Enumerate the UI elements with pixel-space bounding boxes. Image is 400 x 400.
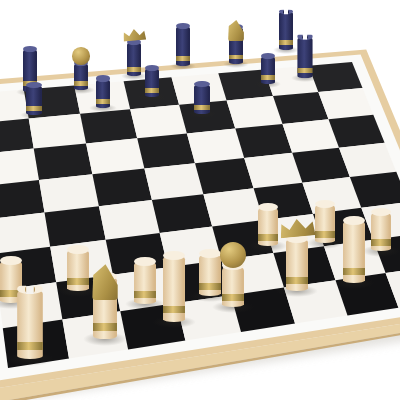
gold-band xyxy=(371,239,391,246)
piece-top xyxy=(371,208,391,216)
piece-navy-pawn-f8 xyxy=(261,53,275,84)
king-gold-crown xyxy=(279,217,315,238)
gold-band xyxy=(261,75,275,80)
piece-natural-queen-d1 xyxy=(222,261,244,307)
gold-band xyxy=(258,234,278,241)
piece-navy-king-rear-border-behind-d8 xyxy=(127,39,141,76)
gold-band xyxy=(74,81,89,86)
king-gold-crown xyxy=(122,28,146,41)
piece-navy-knight-rear-border-behind-e8 xyxy=(176,23,190,66)
piece-natural-pawn-e2 xyxy=(258,203,278,246)
product-photo-stage xyxy=(0,0,400,400)
piece-natural-pawn-d2 xyxy=(199,249,220,296)
piece-top xyxy=(194,81,209,87)
piece-navy-pawn-b7 xyxy=(26,82,41,115)
gold-band xyxy=(96,99,111,104)
gold-band xyxy=(199,283,220,291)
gold-band xyxy=(286,277,308,284)
piece-top xyxy=(0,256,21,265)
gold-band xyxy=(229,55,243,60)
rook-notch xyxy=(302,35,307,39)
gold-band xyxy=(67,278,88,285)
piece-top xyxy=(297,33,312,39)
piece-natural-pawn-b2 xyxy=(67,245,88,291)
piece-top xyxy=(134,257,156,266)
piece-navy-pawn-c7 xyxy=(96,75,111,108)
piece-natural-knight-g1 xyxy=(343,216,364,283)
piece-navy-pawn-e7 xyxy=(194,81,209,114)
bishop-gold-bevel xyxy=(92,264,117,300)
gold-band xyxy=(93,323,116,331)
queen-gold-ball xyxy=(72,47,89,64)
rook-notch xyxy=(283,10,288,14)
piece-natural-pawn-g2 xyxy=(315,200,334,243)
piece-navy-queen-c8 xyxy=(74,60,89,90)
gold-band xyxy=(194,105,209,110)
gold-band xyxy=(134,291,156,299)
gold-band xyxy=(297,68,312,73)
gold-band xyxy=(163,306,186,314)
gold-band xyxy=(315,231,334,238)
piece-natural-king-f1 xyxy=(286,234,308,291)
piece-navy-rook-g8 xyxy=(297,33,312,78)
gold-band xyxy=(145,88,159,93)
piece-natural-pawn-c2 xyxy=(134,257,156,304)
rook-notch xyxy=(25,286,34,294)
gold-band xyxy=(176,56,190,61)
gold-band xyxy=(17,342,43,350)
gold-band xyxy=(127,67,141,72)
piece-natural-bishop-b1 xyxy=(93,272,116,339)
piece-top xyxy=(343,216,364,225)
gold-band xyxy=(343,268,364,275)
piece-natural-pawn-h2 xyxy=(371,208,391,251)
piece-top xyxy=(96,75,111,81)
piece-navy-rook-rear-border-behind-g8 xyxy=(279,9,293,51)
pieces-layer xyxy=(0,0,400,400)
piece-natural-knight-c1 xyxy=(163,251,186,322)
gold-band xyxy=(279,40,293,45)
piece-navy-pawn-d8 xyxy=(145,65,159,97)
gold-band xyxy=(222,294,244,302)
piece-top xyxy=(26,82,41,88)
gold-band xyxy=(26,106,41,111)
bishop-gold-bevel xyxy=(228,20,244,41)
piece-top xyxy=(176,23,190,29)
piece-navy-bishop-rear-border-behind-f8 xyxy=(229,24,243,64)
piece-top xyxy=(67,245,88,254)
piece-natural-rook-a1 xyxy=(17,284,43,359)
